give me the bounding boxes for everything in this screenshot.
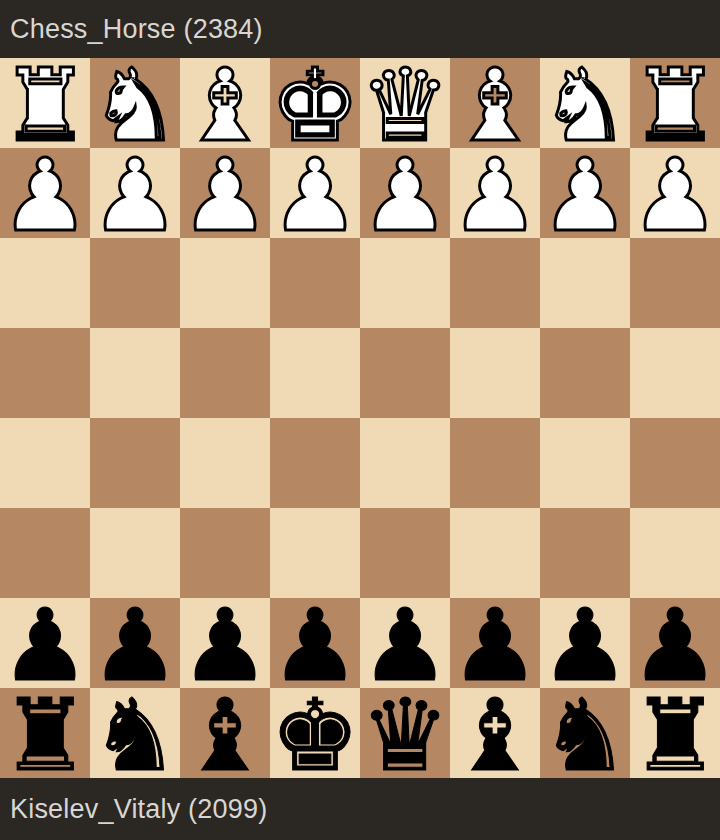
square-f1[interactable]: ♝ [180,58,270,148]
square-b7[interactable]: ♟ [540,598,630,688]
square-a8[interactable]: ♜ [630,688,720,778]
square-c6[interactable] [450,508,540,598]
square-d2[interactable]: ♟ [360,148,450,238]
square-e8[interactable]: ♚ [270,688,360,778]
top-player-name: Chess_Horse (2384) [10,14,263,45]
square-e7[interactable]: ♟ [270,598,360,688]
square-f6[interactable] [180,508,270,598]
square-b1[interactable]: ♞ [540,58,630,148]
square-d1[interactable]: ♛ [360,58,450,148]
square-h5[interactable] [0,418,90,508]
square-e4[interactable] [270,328,360,418]
square-g7[interactable]: ♟ [90,598,180,688]
piece-white-pawn[interactable]: ♟ [630,146,720,246]
piece-black-king[interactable]: ♚ [270,686,360,786]
piece-black-rook[interactable]: ♜ [630,686,720,786]
square-c5[interactable] [450,418,540,508]
square-c1[interactable]: ♝ [450,58,540,148]
square-g1[interactable]: ♞ [90,58,180,148]
square-b6[interactable] [540,508,630,598]
square-f7[interactable]: ♟ [180,598,270,688]
square-e1[interactable]: ♚ [270,58,360,148]
square-h1[interactable]: ♜ [0,58,90,148]
square-d8[interactable]: ♛ [360,688,450,778]
chess-app: Chess_Horse (2384) ♜♞♝♚♛♝♞♜♟♟♟♟♟♟♟♟♟♟♟♟♟… [0,0,720,840]
piece-white-pawn[interactable]: ♟ [0,146,90,246]
piece-black-rook[interactable]: ♜ [0,686,90,786]
piece-white-pawn[interactable]: ♟ [450,146,540,246]
square-a4[interactable] [630,328,720,418]
piece-black-knight[interactable]: ♞ [540,686,630,786]
chess-board: ♜♞♝♚♛♝♞♜♟♟♟♟♟♟♟♟♟♟♟♟♟♟♟♟♜♞♝♚♛♝♞♜ [0,58,720,778]
square-c2[interactable]: ♟ [450,148,540,238]
square-c4[interactable] [450,328,540,418]
piece-white-pawn[interactable]: ♟ [540,146,630,246]
square-a1[interactable]: ♜ [630,58,720,148]
square-f2[interactable]: ♟ [180,148,270,238]
square-f5[interactable] [180,418,270,508]
square-g6[interactable] [90,508,180,598]
square-e5[interactable] [270,418,360,508]
square-d7[interactable]: ♟ [360,598,450,688]
square-a7[interactable]: ♟ [630,598,720,688]
square-e6[interactable] [270,508,360,598]
piece-black-bishop[interactable]: ♝ [450,686,540,786]
square-a6[interactable] [630,508,720,598]
piece-black-bishop[interactable]: ♝ [180,686,270,786]
square-h2[interactable]: ♟ [0,148,90,238]
piece-white-pawn[interactable]: ♟ [180,146,270,246]
square-h8[interactable]: ♜ [0,688,90,778]
square-b2[interactable]: ♟ [540,148,630,238]
square-a2[interactable]: ♟ [630,148,720,238]
square-h6[interactable] [0,508,90,598]
square-f4[interactable] [180,328,270,418]
square-d5[interactable] [360,418,450,508]
square-e2[interactable]: ♟ [270,148,360,238]
square-d4[interactable] [360,328,450,418]
square-b5[interactable] [540,418,630,508]
square-g4[interactable] [90,328,180,418]
square-c8[interactable]: ♝ [450,688,540,778]
piece-black-knight[interactable]: ♞ [90,686,180,786]
square-h4[interactable] [0,328,90,418]
square-c7[interactable]: ♟ [450,598,540,688]
bottom-player-name: Kiselev_Vitaly (2099) [10,794,267,825]
square-h7[interactable]: ♟ [0,598,90,688]
piece-white-pawn[interactable]: ♟ [270,146,360,246]
piece-white-pawn[interactable]: ♟ [360,146,450,246]
square-g8[interactable]: ♞ [90,688,180,778]
square-d6[interactable] [360,508,450,598]
square-b4[interactable] [540,328,630,418]
square-g5[interactable] [90,418,180,508]
square-f8[interactable]: ♝ [180,688,270,778]
square-a5[interactable] [630,418,720,508]
square-b8[interactable]: ♞ [540,688,630,778]
piece-black-queen[interactable]: ♛ [360,686,450,786]
square-g2[interactable]: ♟ [90,148,180,238]
piece-white-pawn[interactable]: ♟ [90,146,180,246]
